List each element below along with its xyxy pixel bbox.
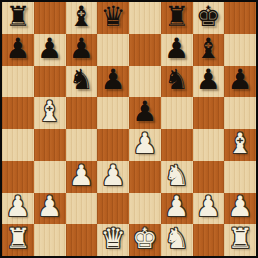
square-e7[interactable] <box>129 34 161 66</box>
black-bishop-icon: ♝ <box>196 35 221 63</box>
square-g8[interactable]: ♚ <box>193 2 225 34</box>
square-e3[interactable] <box>129 161 161 193</box>
square-b5[interactable]: ♝ <box>34 97 66 129</box>
square-b1[interactable] <box>34 224 66 256</box>
square-e2[interactable] <box>129 193 161 225</box>
black-knight-icon: ♞ <box>69 66 94 94</box>
white-pawn-icon: ♟ <box>132 130 157 158</box>
square-e1[interactable]: ♚ <box>129 224 161 256</box>
black-pawn-icon: ♟ <box>164 35 189 63</box>
square-f3[interactable]: ♞ <box>161 161 193 193</box>
square-f4[interactable] <box>161 129 193 161</box>
white-pawn-icon: ♟ <box>69 162 94 190</box>
black-rook-icon: ♜ <box>164 3 189 31</box>
black-pawn-icon: ♟ <box>5 35 30 63</box>
white-pawn-icon: ♟ <box>228 193 253 221</box>
chess-diagram: ♜♝♛♜♚♟♟♟♟♝♞♟♞♟♟♝♟♟♝♟♟♞♟♟♟♟♟♜♛♚♞♜ <box>0 0 258 258</box>
square-a8[interactable]: ♜ <box>2 2 34 34</box>
square-f2[interactable]: ♟ <box>161 193 193 225</box>
square-h3[interactable] <box>224 161 256 193</box>
square-c4[interactable] <box>66 129 98 161</box>
black-pawn-icon: ♟ <box>196 66 221 94</box>
black-king-icon: ♚ <box>196 3 221 31</box>
square-a4[interactable] <box>2 129 34 161</box>
white-pawn-icon: ♟ <box>101 162 126 190</box>
white-rook-icon: ♜ <box>228 225 253 253</box>
white-rook-icon: ♜ <box>5 225 30 253</box>
square-h5[interactable] <box>224 97 256 129</box>
square-c3[interactable]: ♟ <box>66 161 98 193</box>
square-d2[interactable] <box>97 193 129 225</box>
square-g2[interactable]: ♟ <box>193 193 225 225</box>
square-f8[interactable]: ♜ <box>161 2 193 34</box>
square-c2[interactable] <box>66 193 98 225</box>
square-f1[interactable]: ♞ <box>161 224 193 256</box>
square-h2[interactable]: ♟ <box>224 193 256 225</box>
square-e4[interactable]: ♟ <box>129 129 161 161</box>
square-d6[interactable]: ♟ <box>97 66 129 98</box>
square-a3[interactable] <box>2 161 34 193</box>
square-b3[interactable] <box>34 161 66 193</box>
square-g5[interactable] <box>193 97 225 129</box>
square-g4[interactable] <box>193 129 225 161</box>
white-king-icon: ♚ <box>132 225 157 253</box>
square-f7[interactable]: ♟ <box>161 34 193 66</box>
white-bishop-icon: ♝ <box>37 98 62 126</box>
square-a1[interactable]: ♜ <box>2 224 34 256</box>
white-pawn-icon: ♟ <box>5 193 30 221</box>
white-queen-icon: ♛ <box>101 225 126 253</box>
square-g7[interactable]: ♝ <box>193 34 225 66</box>
square-c5[interactable] <box>66 97 98 129</box>
black-pawn-icon: ♟ <box>228 66 253 94</box>
square-b2[interactable]: ♟ <box>34 193 66 225</box>
square-h8[interactable] <box>224 2 256 34</box>
white-pawn-icon: ♟ <box>164 193 189 221</box>
black-rook-icon: ♜ <box>5 3 30 31</box>
square-f6[interactable]: ♞ <box>161 66 193 98</box>
chess-board: ♜♝♛♜♚♟♟♟♟♝♞♟♞♟♟♝♟♟♝♟♟♞♟♟♟♟♟♜♛♚♞♜ <box>0 0 258 258</box>
square-d5[interactable] <box>97 97 129 129</box>
square-g3[interactable] <box>193 161 225 193</box>
white-bishop-icon: ♝ <box>228 130 253 158</box>
black-queen-icon: ♛ <box>101 3 126 31</box>
square-c7[interactable]: ♟ <box>66 34 98 66</box>
square-a5[interactable] <box>2 97 34 129</box>
square-e5[interactable]: ♟ <box>129 97 161 129</box>
square-e6[interactable] <box>129 66 161 98</box>
black-bishop-icon: ♝ <box>69 3 94 31</box>
square-f5[interactable] <box>161 97 193 129</box>
square-c1[interactable] <box>66 224 98 256</box>
white-knight-icon: ♞ <box>164 225 189 253</box>
square-b6[interactable] <box>34 66 66 98</box>
square-d1[interactable]: ♛ <box>97 224 129 256</box>
square-h7[interactable] <box>224 34 256 66</box>
square-a6[interactable] <box>2 66 34 98</box>
square-g1[interactable] <box>193 224 225 256</box>
square-e8[interactable] <box>129 2 161 34</box>
white-pawn-icon: ♟ <box>37 193 62 221</box>
square-b7[interactable]: ♟ <box>34 34 66 66</box>
square-h1[interactable]: ♜ <box>224 224 256 256</box>
square-b8[interactable] <box>34 2 66 34</box>
square-g6[interactable]: ♟ <box>193 66 225 98</box>
square-d8[interactable]: ♛ <box>97 2 129 34</box>
black-pawn-icon: ♟ <box>132 98 157 126</box>
white-knight-icon: ♞ <box>164 162 189 190</box>
black-knight-icon: ♞ <box>164 66 189 94</box>
square-c8[interactable]: ♝ <box>66 2 98 34</box>
square-d7[interactable] <box>97 34 129 66</box>
square-c6[interactable]: ♞ <box>66 66 98 98</box>
black-pawn-icon: ♟ <box>69 35 94 63</box>
square-h4[interactable]: ♝ <box>224 129 256 161</box>
square-d3[interactable]: ♟ <box>97 161 129 193</box>
black-pawn-icon: ♟ <box>101 66 126 94</box>
square-a2[interactable]: ♟ <box>2 193 34 225</box>
square-h6[interactable]: ♟ <box>224 66 256 98</box>
square-a7[interactable]: ♟ <box>2 34 34 66</box>
black-pawn-icon: ♟ <box>37 35 62 63</box>
square-d4[interactable] <box>97 129 129 161</box>
white-pawn-icon: ♟ <box>196 193 221 221</box>
square-b4[interactable] <box>34 129 66 161</box>
